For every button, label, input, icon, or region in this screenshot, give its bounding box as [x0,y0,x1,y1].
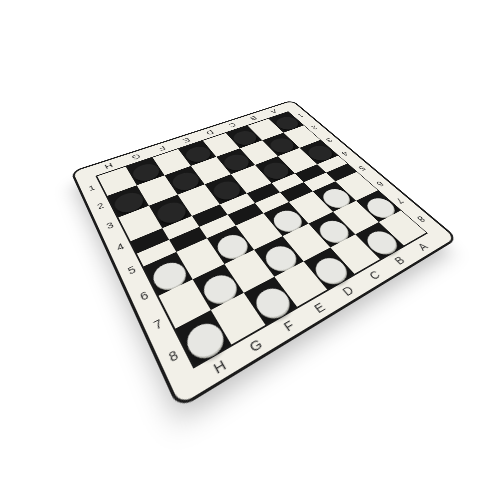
product-photo-stage: HGFEDCBA HGFEDCBA 12345678 12345678 ●●●●… [0,0,500,500]
checkers-board: HGFEDCBA HGFEDCBA 12345678 12345678 ●●●●… [73,101,455,405]
